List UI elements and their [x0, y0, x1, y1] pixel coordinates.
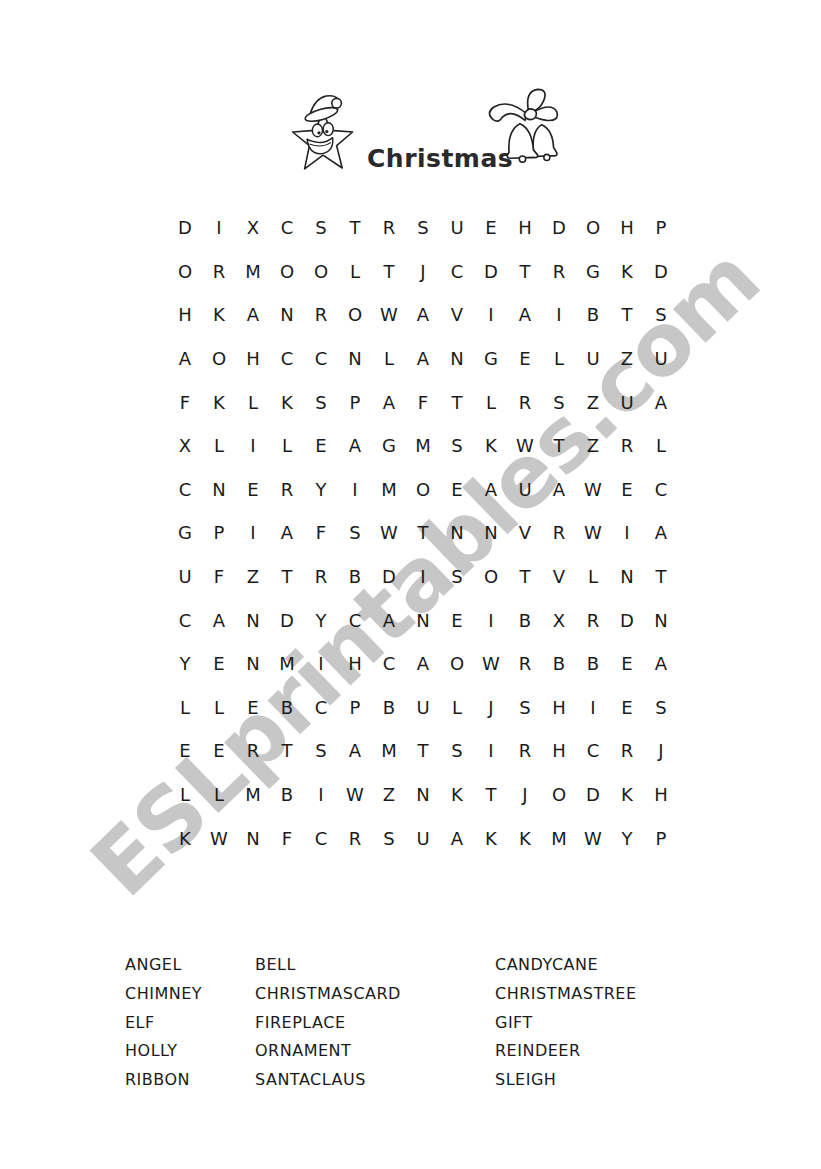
grid-cell: A — [644, 511, 678, 555]
grid-cell: T — [644, 555, 678, 599]
word-list-item: CHIMNEY — [125, 980, 202, 1009]
grid-cell: H — [508, 206, 542, 250]
grid-cell: R — [610, 424, 644, 468]
word-search-grid: DIXCSTRSUEHDOHPORMOOLTJCDTRGKDHKANROWAVI… — [168, 206, 678, 860]
grid-cell: T — [508, 555, 542, 599]
grid-cell: L — [372, 337, 406, 381]
grid-cell: F — [304, 511, 338, 555]
grid-cell: H — [338, 642, 372, 686]
grid-cell: A — [508, 293, 542, 337]
grid-cell: R — [610, 729, 644, 773]
grid-cell: N — [270, 293, 304, 337]
grid-cell: A — [236, 293, 270, 337]
grid-cell: O — [304, 250, 338, 294]
grid-cell: Y — [304, 598, 338, 642]
grid-cell: M — [270, 642, 304, 686]
grid-cell: N — [610, 555, 644, 599]
grid-cell: R — [508, 642, 542, 686]
grid-cell: X — [236, 206, 270, 250]
grid-cell: C — [168, 468, 202, 512]
grid-cell: L — [644, 424, 678, 468]
grid-cell: R — [542, 511, 576, 555]
grid-cell: S — [644, 686, 678, 730]
grid-cell: L — [202, 686, 236, 730]
grid-cell: R — [508, 729, 542, 773]
grid-cell: C — [644, 468, 678, 512]
word-list-item: CHRISTMASCARD — [255, 980, 401, 1009]
grid-cell: E — [168, 729, 202, 773]
grid-cell: E — [440, 468, 474, 512]
grid-cell: W — [576, 816, 610, 860]
grid-cell: K — [474, 424, 508, 468]
word-list-item: BELL — [255, 951, 401, 980]
grid-cell: A — [406, 642, 440, 686]
grid-cell: K — [202, 380, 236, 424]
grid-cell: U — [406, 686, 440, 730]
grid-cell: O — [270, 250, 304, 294]
grid-cell: C — [372, 642, 406, 686]
word-list-item: ELF — [125, 1009, 202, 1038]
grid-cell: B — [576, 293, 610, 337]
grid-cell: A — [474, 468, 508, 512]
grid-cell: L — [202, 773, 236, 817]
grid-cell: N — [440, 337, 474, 381]
grid-cell: N — [202, 468, 236, 512]
word-list-item: ANGEL — [125, 951, 202, 980]
grid-cell: N — [338, 337, 372, 381]
grid-cell: G — [168, 511, 202, 555]
grid-cell: U — [168, 555, 202, 599]
grid-cell: M — [406, 424, 440, 468]
grid-cell: R — [576, 598, 610, 642]
grid-cell: Z — [576, 424, 610, 468]
grid-cell: I — [474, 598, 508, 642]
word-list-item: GIFT — [495, 1009, 636, 1038]
grid-cell: N — [440, 511, 474, 555]
grid-cell: D — [474, 250, 508, 294]
grid-cell: E — [508, 337, 542, 381]
grid-cell: R — [372, 206, 406, 250]
grid-cell: L — [440, 686, 474, 730]
grid-cell: R — [202, 250, 236, 294]
grid-cell: L — [542, 337, 576, 381]
grid-cell: M — [372, 468, 406, 512]
grid-cell: A — [202, 598, 236, 642]
grid-cell: W — [576, 511, 610, 555]
grid-cell: O — [406, 468, 440, 512]
grid-cell: C — [338, 598, 372, 642]
grid-cell: E — [440, 598, 474, 642]
grid-cell: R — [338, 816, 372, 860]
grid-cell: G — [372, 424, 406, 468]
grid-cell: J — [644, 729, 678, 773]
grid-cell: E — [236, 468, 270, 512]
grid-cell: H — [610, 206, 644, 250]
word-list-item: SLEIGH — [495, 1066, 636, 1095]
grid-cell: I — [304, 773, 338, 817]
grid-cell: L — [338, 250, 372, 294]
grid-cell: B — [372, 686, 406, 730]
grid-cell: A — [338, 424, 372, 468]
grid-cell: K — [474, 816, 508, 860]
grid-cell: E — [610, 642, 644, 686]
grid-cell: I — [338, 468, 372, 512]
grid-cell: P — [338, 380, 372, 424]
grid-cell: S — [644, 293, 678, 337]
grid-cell: M — [542, 816, 576, 860]
grid-cell: U — [406, 816, 440, 860]
grid-cell: I — [610, 511, 644, 555]
grid-cell: A — [406, 337, 440, 381]
grid-cell: F — [406, 380, 440, 424]
grid-cell: K — [610, 773, 644, 817]
grid-cell: X — [168, 424, 202, 468]
grid-cell: W — [372, 511, 406, 555]
grid-cell: V — [542, 555, 576, 599]
grid-cell: O — [168, 250, 202, 294]
grid-cell: R — [304, 555, 338, 599]
grid-cell: C — [304, 686, 338, 730]
grid-cell: E — [304, 424, 338, 468]
grid-cell: T — [542, 424, 576, 468]
grid-cell: N — [406, 598, 440, 642]
grid-cell: D — [576, 773, 610, 817]
grid-cell: E — [236, 686, 270, 730]
grid-cell: K — [168, 816, 202, 860]
grid-cell: W — [576, 468, 610, 512]
grid-cell: L — [474, 380, 508, 424]
grid-cell: U — [644, 337, 678, 381]
grid-cell: L — [202, 424, 236, 468]
grid-cell: F — [168, 380, 202, 424]
grid-cell: U — [440, 206, 474, 250]
grid-cell: Z — [236, 555, 270, 599]
grid-cell: C — [304, 337, 338, 381]
grid-cell: R — [508, 380, 542, 424]
grid-cell: B — [270, 773, 304, 817]
grid-cell: D — [168, 206, 202, 250]
grid-cell: S — [304, 380, 338, 424]
grid-cell: Z — [576, 380, 610, 424]
grid-cell: B — [542, 642, 576, 686]
grid-cell: W — [202, 816, 236, 860]
grid-cell: G — [576, 250, 610, 294]
word-list-item: CANDYCANE — [495, 951, 636, 980]
grid-cell: Z — [372, 773, 406, 817]
word-list-item: FIREPLACE — [255, 1009, 401, 1038]
grid-cell: L — [576, 555, 610, 599]
grid-cell: T — [406, 729, 440, 773]
grid-cell: S — [440, 555, 474, 599]
grid-cell: L — [236, 380, 270, 424]
grid-cell: I — [236, 424, 270, 468]
grid-cell: S — [542, 380, 576, 424]
grid-cell: X — [542, 598, 576, 642]
grid-cell: Y — [304, 468, 338, 512]
grid-cell: K — [440, 773, 474, 817]
grid-cell: D — [542, 206, 576, 250]
grid-cell: B — [270, 686, 304, 730]
grid-cell: A — [372, 380, 406, 424]
grid-cell: S — [304, 206, 338, 250]
grid-cell: T — [406, 511, 440, 555]
grid-cell: P — [644, 816, 678, 860]
grid-cell: N — [236, 598, 270, 642]
grid-cell: B — [576, 642, 610, 686]
grid-cell: A — [372, 598, 406, 642]
grid-cell: Z — [610, 337, 644, 381]
worksheet-page: ESLprintables.com Christmas DIXCSTRSUEHD… — [0, 0, 821, 1169]
grid-cell: H — [542, 729, 576, 773]
word-list-column: ANGELCHIMNEYELFHOLLYRIBBON — [125, 951, 202, 1095]
word-list-column: CANDYCANECHRISTMASTREEGIFTREINDEERSLEIGH — [495, 951, 636, 1095]
santa-star-icon — [283, 92, 363, 180]
grid-cell: F — [270, 816, 304, 860]
grid-cell: I — [202, 206, 236, 250]
grid-cell: C — [168, 598, 202, 642]
word-list-item: REINDEER — [495, 1037, 636, 1066]
grid-cell: M — [372, 729, 406, 773]
grid-cell: C — [304, 816, 338, 860]
grid-cell: H — [168, 293, 202, 337]
grid-cell: S — [508, 686, 542, 730]
grid-cell: K — [270, 380, 304, 424]
grid-cell: B — [508, 598, 542, 642]
grid-cell: P — [644, 206, 678, 250]
grid-cell: U — [576, 337, 610, 381]
grid-cell: J — [406, 250, 440, 294]
grid-cell: H — [644, 773, 678, 817]
grid-cell: A — [338, 729, 372, 773]
grid-cell: P — [338, 686, 372, 730]
grid-cell: T — [610, 293, 644, 337]
grid-cell: S — [440, 729, 474, 773]
grid-cell: T — [474, 773, 508, 817]
grid-cell: Y — [168, 642, 202, 686]
grid-cell: A — [440, 816, 474, 860]
grid-cell: C — [576, 729, 610, 773]
grid-cell: H — [236, 337, 270, 381]
grid-cell: A — [644, 642, 678, 686]
grid-cell: D — [270, 598, 304, 642]
grid-cell: T — [440, 380, 474, 424]
grid-cell: W — [508, 424, 542, 468]
grid-cell: O — [542, 773, 576, 817]
grid-cell: N — [406, 773, 440, 817]
grid-cell: I — [236, 511, 270, 555]
word-list-item: CHRISTMASTREE — [495, 980, 636, 1009]
grid-cell: J — [508, 773, 542, 817]
grid-cell: N — [644, 598, 678, 642]
grid-cell: D — [372, 555, 406, 599]
grid-cell: T — [508, 250, 542, 294]
grid-cell: E — [474, 206, 508, 250]
grid-cell: T — [270, 555, 304, 599]
grid-cell: W — [474, 642, 508, 686]
grid-cell: D — [644, 250, 678, 294]
grid-cell: O — [576, 206, 610, 250]
grid-cell: H — [542, 686, 576, 730]
grid-cell: K — [202, 293, 236, 337]
grid-cell: O — [338, 293, 372, 337]
grid-cell: E — [610, 468, 644, 512]
grid-cell: O — [474, 555, 508, 599]
grid-cell: U — [610, 380, 644, 424]
word-list-item: SANTACLAUS — [255, 1066, 401, 1095]
grid-cell: W — [372, 293, 406, 337]
grid-cell: E — [202, 642, 236, 686]
grid-cell: A — [644, 380, 678, 424]
grid-cell: R — [236, 729, 270, 773]
grid-cell: N — [474, 511, 508, 555]
grid-cell: I — [304, 642, 338, 686]
grid-cell: S — [406, 206, 440, 250]
grid-cell: Y — [610, 816, 644, 860]
grid-cell: S — [338, 511, 372, 555]
grid-cell: S — [304, 729, 338, 773]
grid-cell: R — [270, 468, 304, 512]
grid-cell: E — [610, 686, 644, 730]
grid-cell: L — [270, 424, 304, 468]
grid-cell: A — [542, 468, 576, 512]
grid-cell: A — [168, 337, 202, 381]
grid-cell: M — [236, 250, 270, 294]
grid-cell: L — [168, 686, 202, 730]
word-list-item: ORNAMENT — [255, 1037, 401, 1066]
grid-cell: R — [304, 293, 338, 337]
grid-cell: P — [202, 511, 236, 555]
grid-cell: O — [440, 642, 474, 686]
grid-cell: M — [236, 773, 270, 817]
grid-cell: R — [542, 250, 576, 294]
grid-cell: N — [236, 816, 270, 860]
grid-cell: E — [202, 729, 236, 773]
grid-cell: A — [270, 511, 304, 555]
grid-cell: V — [508, 511, 542, 555]
word-list-column: BELLCHRISTMASCARDFIREPLACEORNAMENTSANTAC… — [255, 951, 401, 1095]
grid-cell: T — [338, 206, 372, 250]
word-list-item: RIBBON — [125, 1066, 202, 1095]
grid-cell: N — [236, 642, 270, 686]
grid-cell: S — [372, 816, 406, 860]
grid-cell: A — [406, 293, 440, 337]
grid-cell: C — [270, 337, 304, 381]
grid-cell: I — [474, 729, 508, 773]
grid-cell: C — [270, 206, 304, 250]
grid-cell: I — [576, 686, 610, 730]
grid-cell: K — [610, 250, 644, 294]
grid-cell: K — [508, 816, 542, 860]
grid-cell: L — [168, 773, 202, 817]
grid-cell: C — [440, 250, 474, 294]
grid-cell: T — [270, 729, 304, 773]
grid-cell: W — [338, 773, 372, 817]
grid-cell: J — [474, 686, 508, 730]
grid-cell: I — [542, 293, 576, 337]
grid-cell: S — [440, 424, 474, 468]
grid-cell: O — [202, 337, 236, 381]
word-list-item: HOLLY — [125, 1037, 202, 1066]
grid-cell: F — [202, 555, 236, 599]
grid-cell: U — [508, 468, 542, 512]
grid-cell: I — [474, 293, 508, 337]
grid-cell: G — [474, 337, 508, 381]
grid-cell: B — [338, 555, 372, 599]
grid-cell: T — [372, 250, 406, 294]
grid-cell: D — [610, 598, 644, 642]
grid-cell: V — [440, 293, 474, 337]
word-list: ANGELCHIMNEYELFHOLLYRIBBON BELLCHRISTMAS… — [125, 951, 725, 1111]
bells-icon — [483, 84, 567, 172]
grid-cell: I — [406, 555, 440, 599]
